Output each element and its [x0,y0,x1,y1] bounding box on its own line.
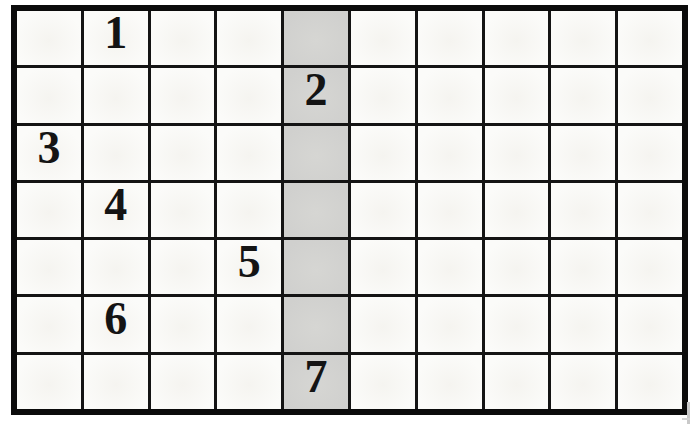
clue-number: 2 [305,68,328,113]
cell-r3c5[interactable] [284,126,348,180]
crossword-board: 1234567 [11,5,688,415]
cell-r4c8[interactable] [485,183,549,237]
cell-r2c7[interactable] [418,68,482,122]
cell-r7c6[interactable] [351,355,415,409]
cell-r5c4[interactable]: 5 [217,240,281,294]
clue-number: 4 [104,183,127,228]
cell-r7c2[interactable] [84,355,148,409]
cell-r4c1[interactable] [17,183,81,237]
cell-r3c7[interactable] [418,126,482,180]
cell-r2c9[interactable] [551,68,615,122]
cell-r5c2[interactable] [84,240,148,294]
cell-r3c3[interactable] [151,126,215,180]
cell-r4c5[interactable] [284,183,348,237]
cell-r5c7[interactable] [418,240,482,294]
cell-r6c8[interactable] [485,297,549,351]
cell-r1c4[interactable] [217,11,281,65]
cell-r5c3[interactable] [151,240,215,294]
cell-r7c3[interactable] [151,355,215,409]
clue-number: 1 [104,11,127,56]
cell-r2c6[interactable] [351,68,415,122]
scan-artifact [687,402,690,424]
cell-r7c7[interactable] [418,355,482,409]
cell-r7c8[interactable] [485,355,549,409]
cell-r6c6[interactable] [351,297,415,351]
cell-r6c1[interactable] [17,297,81,351]
cell-r6c9[interactable] [551,297,615,351]
clue-number: 6 [104,297,127,342]
cell-r5c5[interactable] [284,240,348,294]
cell-r7c1[interactable] [17,355,81,409]
cell-r2c8[interactable] [485,68,549,122]
cell-r1c2[interactable]: 1 [84,11,148,65]
cell-r6c10[interactable] [618,297,682,351]
cell-r2c4[interactable] [217,68,281,122]
cell-r1c7[interactable] [418,11,482,65]
cell-r4c7[interactable] [418,183,482,237]
cell-r2c3[interactable] [151,68,215,122]
clue-number: 3 [37,126,60,171]
cell-r1c8[interactable] [485,11,549,65]
cell-r4c3[interactable] [151,183,215,237]
cell-r3c4[interactable] [217,126,281,180]
cell-r3c2[interactable] [84,126,148,180]
cell-r3c9[interactable] [551,126,615,180]
cell-r5c10[interactable] [618,240,682,294]
cell-r5c9[interactable] [551,240,615,294]
cell-r3c10[interactable] [618,126,682,180]
cell-r6c2[interactable]: 6 [84,297,148,351]
cell-r4c2[interactable]: 4 [84,183,148,237]
cell-r7c9[interactable] [551,355,615,409]
cell-r1c1[interactable] [17,11,81,65]
cell-r7c10[interactable] [618,355,682,409]
puzzle-page: 1234567 [0,0,692,424]
cell-r6c5[interactable] [284,297,348,351]
cell-r4c6[interactable] [351,183,415,237]
cell-r6c4[interactable] [217,297,281,351]
cell-r1c6[interactable] [351,11,415,65]
cell-r3c6[interactable] [351,126,415,180]
cell-r2c5[interactable]: 2 [284,68,348,122]
cell-r4c10[interactable] [618,183,682,237]
cell-r1c10[interactable] [618,11,682,65]
cell-r4c9[interactable] [551,183,615,237]
cell-r2c10[interactable] [618,68,682,122]
cell-r4c4[interactable] [217,183,281,237]
cell-r5c8[interactable] [485,240,549,294]
cell-r6c3[interactable] [151,297,215,351]
cell-r7c5[interactable]: 7 [284,355,348,409]
cell-r5c6[interactable] [351,240,415,294]
clue-number: 7 [305,355,328,400]
scan-artifact [682,418,690,420]
cell-r6c7[interactable] [418,297,482,351]
cell-r2c2[interactable] [84,68,148,122]
cell-r5c1[interactable] [17,240,81,294]
cell-r3c1[interactable]: 3 [17,126,81,180]
cell-r1c9[interactable] [551,11,615,65]
cell-r2c1[interactable] [17,68,81,122]
cell-r1c3[interactable] [151,11,215,65]
cell-r1c5[interactable] [284,11,348,65]
cell-r3c8[interactable] [485,126,549,180]
cell-r7c4[interactable] [217,355,281,409]
clue-number: 5 [238,240,261,285]
